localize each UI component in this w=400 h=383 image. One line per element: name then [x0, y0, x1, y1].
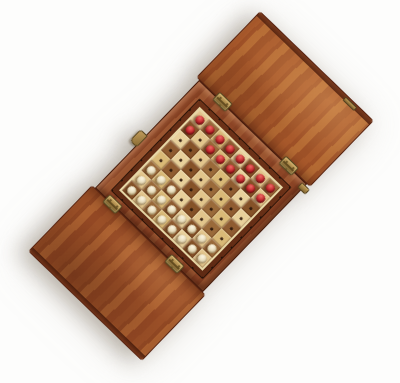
peg-hole [209, 206, 213, 210]
peg-hole [179, 157, 183, 161]
peg-hole [199, 216, 203, 220]
peg-hole [219, 196, 223, 200]
peg-hole [198, 137, 202, 141]
peg-hole [210, 226, 214, 230]
peg-hole [239, 216, 243, 220]
peg-hole [208, 167, 212, 171]
peg-hole [179, 197, 183, 201]
peg-hole [199, 177, 203, 181]
peg-hole [219, 176, 223, 180]
door-edge [30, 248, 146, 360]
peg-hole [199, 197, 203, 201]
peg-hole [159, 158, 163, 162]
photo-background [0, 0, 400, 383]
peg-hole [169, 148, 173, 152]
peg-hole [229, 186, 233, 190]
white-peg [196, 252, 209, 265]
peg-hole [249, 206, 253, 210]
peg-hole [189, 167, 193, 171]
peg-hole [209, 187, 213, 191]
peg-hole [188, 147, 192, 151]
peg-hole [219, 216, 223, 220]
peg-hole [220, 236, 224, 240]
peg-hole [179, 177, 183, 181]
peg-hole [178, 138, 182, 142]
peg-hole [189, 207, 193, 211]
peg-hole [229, 226, 233, 230]
peg-hole [189, 187, 193, 191]
peg-hole [169, 167, 173, 171]
peg-hole [198, 157, 202, 161]
peg-hole [229, 206, 233, 210]
peg-hole [239, 196, 243, 200]
chess-box-assembly [31, 14, 371, 358]
